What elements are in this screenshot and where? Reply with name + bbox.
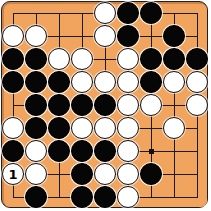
- white-stone: [117, 140, 139, 162]
- black-stone: [25, 117, 47, 139]
- black-stone: [71, 140, 93, 162]
- star-point: [149, 149, 154, 154]
- white-stone: [186, 94, 208, 116]
- black-stone: [186, 48, 208, 70]
- black-stone: [117, 25, 139, 47]
- white-stone: [117, 163, 139, 185]
- black-stone: [94, 94, 116, 116]
- move-number-label: 1: [8, 167, 17, 180]
- black-stone: [25, 94, 47, 116]
- white-stone: [94, 163, 116, 185]
- black-stone: [48, 71, 70, 93]
- black-stone: [48, 94, 70, 116]
- black-stone: [117, 2, 139, 24]
- black-stone: [48, 140, 70, 162]
- black-stone: [71, 186, 93, 208]
- black-stone: [140, 163, 162, 185]
- black-stone: [94, 140, 116, 162]
- black-stone: [48, 117, 70, 139]
- white-stone: [71, 48, 93, 70]
- black-stone: [140, 48, 162, 70]
- white-stone: [94, 117, 116, 139]
- black-stone: [2, 71, 24, 93]
- black-stone: [25, 186, 47, 208]
- white-stone: [2, 25, 24, 47]
- white-stone: [186, 71, 208, 93]
- black-stone: [163, 48, 185, 70]
- black-stone: [140, 2, 162, 24]
- white-stone: [25, 163, 47, 185]
- white-stone: [140, 94, 162, 116]
- white-stone: [117, 71, 139, 93]
- black-stone: [71, 94, 93, 116]
- white-stone: [163, 117, 185, 139]
- white-stone: [94, 25, 116, 47]
- go-board-diagram: 1: [0, 0, 211, 211]
- white-stone: [71, 117, 93, 139]
- white-stone: [163, 71, 185, 93]
- black-stone: [2, 48, 24, 70]
- black-stone: [25, 48, 47, 70]
- marked-white-stone-1: 1: [2, 163, 24, 185]
- white-stone: [117, 186, 139, 208]
- black-stone: [2, 140, 24, 162]
- white-stone: [94, 71, 116, 93]
- white-stone: [117, 117, 139, 139]
- white-stone: [2, 117, 24, 139]
- white-stone: [25, 25, 47, 47]
- white-stone: [71, 71, 93, 93]
- black-stone: [140, 71, 162, 93]
- black-stone: [71, 163, 93, 185]
- white-stone: [117, 48, 139, 70]
- white-stone: [117, 94, 139, 116]
- white-stone: [25, 140, 47, 162]
- white-stone: [48, 48, 70, 70]
- black-stone: [25, 71, 47, 93]
- black-stone: [94, 186, 116, 208]
- black-stone: [163, 25, 185, 47]
- white-stone: [94, 2, 116, 24]
